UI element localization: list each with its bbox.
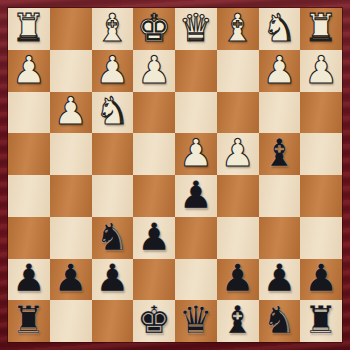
- square-h8[interactable]: ♜: [8, 300, 50, 342]
- square-d3[interactable]: [175, 92, 217, 134]
- square-e3[interactable]: [133, 92, 175, 134]
- square-b2[interactable]: ♟: [259, 50, 301, 92]
- black-pawn-d5[interactable]: ♟: [179, 176, 213, 214]
- black-queen-d8[interactable]: ♛: [179, 301, 213, 339]
- white-queen-d1[interactable]: ♛: [179, 9, 213, 47]
- square-g3[interactable]: ♟: [50, 92, 92, 134]
- square-g2[interactable]: [50, 50, 92, 92]
- white-pawn-c4[interactable]: ♟: [221, 134, 255, 172]
- black-pawn-f7[interactable]: ♟: [95, 259, 129, 297]
- chess-board: ♜♝♚♛♝♞♜♟♟♟♟♟♟♞♟♟♝♟♞♟♟♟♟♟♟♟♜♚♛♝♞♜: [8, 8, 342, 342]
- black-pawn-g7[interactable]: ♟: [54, 259, 88, 297]
- white-knight-b1[interactable]: ♞: [262, 9, 296, 47]
- square-b4[interactable]: ♝: [259, 133, 301, 175]
- square-c4[interactable]: ♟: [217, 133, 259, 175]
- black-knight-b8[interactable]: ♞: [262, 301, 296, 339]
- white-pawn-g3[interactable]: ♟: [54, 92, 88, 130]
- square-a3[interactable]: [300, 92, 342, 134]
- square-g1[interactable]: [50, 8, 92, 50]
- square-d5[interactable]: ♟: [175, 175, 217, 217]
- white-pawn-e2[interactable]: ♟: [137, 51, 171, 89]
- square-c8[interactable]: ♝: [217, 300, 259, 342]
- square-e4[interactable]: [133, 133, 175, 175]
- square-d1[interactable]: ♛: [175, 8, 217, 50]
- square-e7[interactable]: [133, 259, 175, 301]
- black-bishop-b4[interactable]: ♝: [262, 134, 296, 172]
- square-g5[interactable]: [50, 175, 92, 217]
- square-e6[interactable]: ♟: [133, 217, 175, 259]
- square-c6[interactable]: [217, 217, 259, 259]
- square-b1[interactable]: ♞: [259, 8, 301, 50]
- square-f8[interactable]: [92, 300, 134, 342]
- square-e5[interactable]: [133, 175, 175, 217]
- square-d6[interactable]: [175, 217, 217, 259]
- square-h3[interactable]: [8, 92, 50, 134]
- black-king-e8[interactable]: ♚: [137, 301, 171, 339]
- square-a6[interactable]: [300, 217, 342, 259]
- square-g7[interactable]: ♟: [50, 259, 92, 301]
- black-rook-h8[interactable]: ♜: [12, 301, 46, 339]
- white-knight-f3[interactable]: ♞: [95, 92, 129, 130]
- square-c5[interactable]: [217, 175, 259, 217]
- square-a1[interactable]: ♜: [300, 8, 342, 50]
- square-e1[interactable]: ♚: [133, 8, 175, 50]
- white-pawn-d4[interactable]: ♟: [179, 134, 213, 172]
- square-e2[interactable]: ♟: [133, 50, 175, 92]
- square-b5[interactable]: [259, 175, 301, 217]
- square-f6[interactable]: ♞: [92, 217, 134, 259]
- square-h4[interactable]: [8, 133, 50, 175]
- black-pawn-h7[interactable]: ♟: [12, 259, 46, 297]
- square-b3[interactable]: [259, 92, 301, 134]
- black-pawn-e6[interactable]: ♟: [137, 218, 171, 256]
- square-c7[interactable]: ♟: [217, 259, 259, 301]
- square-d8[interactable]: ♛: [175, 300, 217, 342]
- square-d7[interactable]: [175, 259, 217, 301]
- square-f3[interactable]: ♞: [92, 92, 134, 134]
- white-pawn-a2[interactable]: ♟: [304, 51, 338, 89]
- square-c2[interactable]: [217, 50, 259, 92]
- square-h1[interactable]: ♜: [8, 8, 50, 50]
- square-a5[interactable]: [300, 175, 342, 217]
- black-bishop-c8[interactable]: ♝: [221, 301, 255, 339]
- square-b8[interactable]: ♞: [259, 300, 301, 342]
- square-b7[interactable]: ♟: [259, 259, 301, 301]
- square-e8[interactable]: ♚: [133, 300, 175, 342]
- square-h7[interactable]: ♟: [8, 259, 50, 301]
- black-pawn-b7[interactable]: ♟: [262, 259, 296, 297]
- square-h6[interactable]: [8, 217, 50, 259]
- square-g8[interactable]: [50, 300, 92, 342]
- white-king-e1[interactable]: ♚: [137, 9, 171, 47]
- white-pawn-h2[interactable]: ♟: [12, 51, 46, 89]
- white-bishop-f1[interactable]: ♝: [95, 9, 129, 47]
- square-a2[interactable]: ♟: [300, 50, 342, 92]
- square-h2[interactable]: ♟: [8, 50, 50, 92]
- white-bishop-c1[interactable]: ♝: [221, 9, 255, 47]
- black-rook-a8[interactable]: ♜: [304, 301, 338, 339]
- black-pawn-c7[interactable]: ♟: [221, 259, 255, 297]
- square-f1[interactable]: ♝: [92, 8, 134, 50]
- white-pawn-b2[interactable]: ♟: [262, 51, 296, 89]
- square-d2[interactable]: [175, 50, 217, 92]
- square-c3[interactable]: [217, 92, 259, 134]
- square-h5[interactable]: [8, 175, 50, 217]
- square-f2[interactable]: ♟: [92, 50, 134, 92]
- white-pawn-f2[interactable]: ♟: [95, 51, 129, 89]
- square-g4[interactable]: [50, 133, 92, 175]
- square-d4[interactable]: ♟: [175, 133, 217, 175]
- square-a7[interactable]: ♟: [300, 259, 342, 301]
- black-pawn-a7[interactable]: ♟: [304, 259, 338, 297]
- square-c1[interactable]: ♝: [217, 8, 259, 50]
- white-rook-h1[interactable]: ♜: [12, 9, 46, 47]
- square-b6[interactable]: [259, 217, 301, 259]
- white-rook-a1[interactable]: ♜: [304, 9, 338, 47]
- square-f5[interactable]: [92, 175, 134, 217]
- square-g6[interactable]: [50, 217, 92, 259]
- black-knight-f6[interactable]: ♞: [95, 218, 129, 256]
- square-f7[interactable]: ♟: [92, 259, 134, 301]
- square-f4[interactable]: [92, 133, 134, 175]
- chess-board-frame: ♜♝♚♛♝♞♜♟♟♟♟♟♟♞♟♟♝♟♞♟♟♟♟♟♟♟♜♚♛♝♞♜: [0, 0, 350, 350]
- square-a4[interactable]: [300, 133, 342, 175]
- square-a8[interactable]: ♜: [300, 300, 342, 342]
